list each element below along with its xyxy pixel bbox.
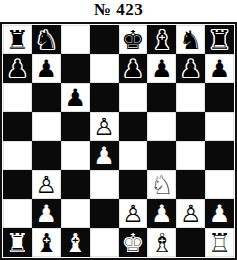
square-b5 [32, 112, 61, 141]
square-h7: ♟ [205, 54, 234, 83]
square-d8 [90, 25, 119, 54]
square-c4 [61, 141, 90, 170]
square-e4 [119, 141, 148, 170]
square-a8: ♜ [3, 25, 32, 54]
diagram-number-title: № 423 [0, 0, 237, 22]
square-e2: ♙ [119, 199, 148, 228]
square-c1: ♝ [61, 228, 90, 257]
square-f3: ♘ [147, 170, 176, 199]
white-pawn: ♟ [151, 202, 173, 226]
black-rook: ♜ [6, 27, 29, 53]
square-c5 [61, 112, 90, 141]
square-b2: ♟ [32, 199, 61, 228]
square-a4 [3, 141, 32, 170]
square-d1 [90, 228, 119, 257]
square-d2 [90, 199, 119, 228]
square-b8: ♞ [32, 25, 61, 54]
square-f5 [147, 112, 176, 141]
square-h6 [205, 83, 234, 112]
black-king: ♚ [121, 27, 144, 53]
square-g3 [176, 170, 205, 199]
square-a3 [3, 170, 32, 199]
black-pawn: ♟ [64, 86, 86, 110]
black-rook: ♜ [208, 27, 231, 53]
square-g2: ♙ [176, 199, 205, 228]
white-pawn: ♟ [209, 202, 231, 226]
square-h4 [205, 141, 234, 170]
square-f7: ♟ [147, 54, 176, 83]
square-g7: ♟ [176, 54, 205, 83]
square-a6 [3, 83, 32, 112]
white-pawn: ♙ [122, 202, 144, 226]
white-knight: ♘ [150, 172, 173, 198]
square-a1: ♜ [3, 228, 32, 257]
black-pawn: ♟ [151, 57, 173, 81]
square-c7 [61, 54, 90, 83]
square-e5 [119, 112, 148, 141]
square-b7: ♟ [32, 54, 61, 83]
square-h8: ♜ [205, 25, 234, 54]
black-pawn: ♟ [36, 57, 58, 81]
square-e7: ♟ [119, 54, 148, 83]
square-a2 [3, 199, 32, 228]
black-bishop: ♝ [150, 27, 173, 53]
square-e3 [119, 170, 148, 199]
square-f1: ♗ [147, 228, 176, 257]
white-bishop: ♝ [64, 230, 87, 256]
square-g8: ♞ [176, 25, 205, 54]
square-h5 [205, 112, 234, 141]
chess-board: ♜♞♚♝♞♜♟♟♟♟♟♟♟♙♟♙♘♟♙♟♙♟♜♝♝♚♗♖ [0, 22, 237, 260]
white-pawn: ♙ [36, 173, 58, 197]
white-pawn: ♙ [180, 202, 202, 226]
square-d5: ♙ [90, 112, 119, 141]
black-pawn: ♟ [7, 57, 29, 81]
black-knight: ♞ [35, 27, 58, 53]
white-rook: ♜ [6, 230, 29, 256]
black-pawn: ♟ [122, 57, 144, 81]
black-bishop: ♝ [35, 230, 58, 256]
square-f8: ♝ [147, 25, 176, 54]
white-pawn: ♟ [36, 202, 58, 226]
white-pawn: ♟ [93, 144, 115, 168]
square-b6 [32, 83, 61, 112]
square-h1: ♖ [205, 228, 234, 257]
square-d3 [90, 170, 119, 199]
square-d6 [90, 83, 119, 112]
square-e1: ♚ [119, 228, 148, 257]
square-a7: ♟ [3, 54, 32, 83]
square-c2 [61, 199, 90, 228]
square-f2: ♟ [147, 199, 176, 228]
square-e8: ♚ [119, 25, 148, 54]
square-h3 [205, 170, 234, 199]
square-d7 [90, 54, 119, 83]
square-a5 [3, 112, 32, 141]
square-g6 [176, 83, 205, 112]
chess-diagram-page: № 423 ♜♞♚♝♞♜♟♟♟♟♟♟♟♙♟♙♘♟♙♟♙♟♜♝♝♚♗♖ [0, 0, 237, 260]
square-g4 [176, 141, 205, 170]
square-f6 [147, 83, 176, 112]
square-g5 [176, 112, 205, 141]
square-b1: ♝ [32, 228, 61, 257]
square-b4 [32, 141, 61, 170]
white-king: ♚ [121, 230, 144, 256]
black-knight: ♞ [179, 27, 202, 53]
black-pawn: ♟ [180, 57, 202, 81]
square-c3 [61, 170, 90, 199]
square-c6: ♟ [61, 83, 90, 112]
white-rook: ♖ [208, 230, 231, 256]
square-c8 [61, 25, 90, 54]
square-g1 [176, 228, 205, 257]
black-pawn: ♟ [209, 57, 231, 81]
square-f4 [147, 141, 176, 170]
square-e6 [119, 83, 148, 112]
white-bishop: ♗ [150, 230, 173, 256]
white-pawn: ♙ [93, 115, 115, 139]
square-h2: ♟ [205, 199, 234, 228]
square-d4: ♟ [90, 141, 119, 170]
square-b3: ♙ [32, 170, 61, 199]
